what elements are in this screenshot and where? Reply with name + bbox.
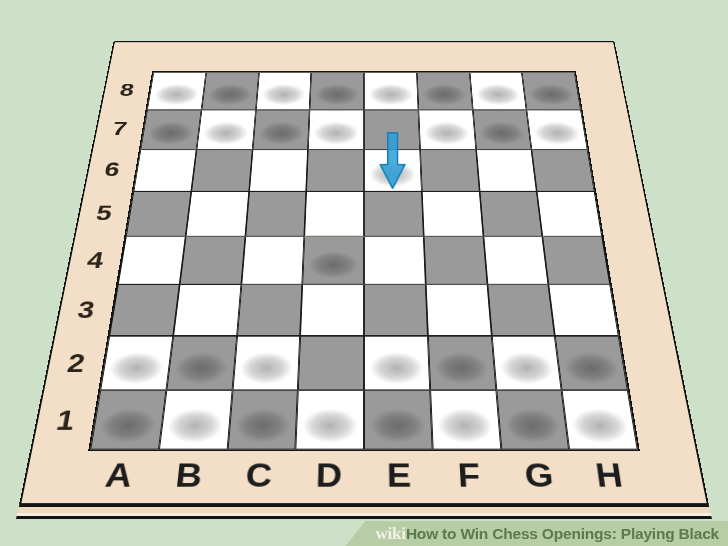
square-h1: ♜ bbox=[562, 390, 638, 449]
square-f1: ♝ bbox=[430, 390, 501, 449]
square-d4: ♟ bbox=[302, 236, 364, 284]
white-rook-a1: ♜ bbox=[91, 443, 159, 445]
square-c5 bbox=[245, 192, 306, 237]
white-knight-g1: ♞ bbox=[500, 443, 568, 445]
square-e6: ♟ bbox=[364, 149, 422, 191]
square-b4 bbox=[179, 236, 245, 284]
board-squares: ♜♞♝♛♚♝♞♜♟♟♟♟♟♟♟♟♟♟♟♟♟♟♟♟♜♞♝♛♚♝♞♜ bbox=[88, 71, 640, 451]
square-b7: ♟ bbox=[196, 110, 255, 150]
square-g6 bbox=[476, 149, 537, 191]
square-a4 bbox=[118, 236, 186, 284]
square-g7: ♟ bbox=[472, 110, 531, 150]
square-e4 bbox=[364, 236, 426, 284]
wikihow-chess-illustration: 87654321 ABCDEFGH ♜♞♝♛♚♝♞♜♟♟♟♟♟♟♟♟♟♟♟♟♟♟… bbox=[0, 0, 728, 546]
square-g5 bbox=[479, 192, 542, 237]
black-pawn-f7: ♟ bbox=[420, 145, 476, 147]
square-c6 bbox=[249, 149, 308, 191]
file-label-E: E bbox=[364, 451, 435, 501]
board-front-edge bbox=[16, 504, 712, 519]
rank-label-4: 4 bbox=[66, 236, 125, 284]
square-d6 bbox=[306, 149, 364, 191]
square-d7: ♟ bbox=[308, 110, 364, 150]
white-bishop-f1: ♝ bbox=[432, 443, 500, 445]
white-pawn-d4: ♟ bbox=[303, 279, 364, 281]
black-pawn-d7: ♟ bbox=[308, 145, 364, 147]
file-label-B: B bbox=[151, 451, 226, 501]
square-e1: ♚ bbox=[364, 390, 432, 449]
square-f5 bbox=[422, 192, 483, 237]
move-arrow-down-icon bbox=[364, 132, 422, 189]
square-f7: ♟ bbox=[418, 110, 476, 150]
square-c7: ♟ bbox=[252, 110, 310, 150]
black-pawn-a7: ♟ bbox=[141, 145, 197, 147]
file-label-H: H bbox=[571, 451, 648, 501]
square-g4 bbox=[483, 236, 549, 284]
file-label-A: A bbox=[80, 451, 157, 501]
file-labels: ABCDEFGH bbox=[80, 451, 649, 501]
rank-label-5: 5 bbox=[75, 191, 131, 236]
wiki-logo-text: wiki bbox=[375, 524, 405, 544]
rank-label-6: 6 bbox=[85, 149, 139, 191]
square-a7: ♟ bbox=[140, 110, 201, 150]
square-a6 bbox=[133, 149, 196, 191]
square-b6 bbox=[191, 149, 252, 191]
caption-title: to Win Chess Openings: Playing Black bbox=[438, 525, 719, 543]
square-b5 bbox=[185, 192, 248, 237]
chess-board: 87654321 ABCDEFGH ♜♞♝♛♚♝♞♜♟♟♟♟♟♟♟♟♟♟♟♟♟♟… bbox=[19, 41, 709, 505]
square-e5 bbox=[364, 192, 424, 237]
square-c4 bbox=[241, 236, 305, 284]
square-f6 bbox=[420, 149, 479, 191]
square-g1: ♞ bbox=[496, 390, 569, 449]
black-pawn-c7: ♟ bbox=[253, 145, 309, 147]
square-a5 bbox=[126, 192, 191, 237]
file-label-G: G bbox=[502, 451, 577, 501]
square-f4 bbox=[424, 236, 488, 284]
white-knight-b1: ♞ bbox=[159, 443, 227, 445]
black-pawn-g7: ♟ bbox=[475, 145, 531, 147]
black-pawn-h7: ♟ bbox=[531, 145, 587, 147]
wikihow-brand-text: How bbox=[406, 525, 438, 543]
square-d3 bbox=[300, 284, 364, 335]
file-label-F: F bbox=[433, 451, 506, 501]
square-h6 bbox=[532, 149, 595, 191]
white-rook-h1: ♜ bbox=[569, 443, 637, 445]
black-pawn-b7: ♟ bbox=[197, 145, 253, 147]
watermark-caption: wikiHow to Win Chess Openings: Playing B… bbox=[345, 521, 728, 546]
square-h4 bbox=[543, 236, 611, 284]
file-label-C: C bbox=[222, 451, 295, 501]
white-king-e1: ♚ bbox=[364, 443, 432, 445]
square-h5 bbox=[537, 192, 602, 237]
file-label-D: D bbox=[293, 451, 364, 501]
square-h7: ♟ bbox=[527, 110, 588, 150]
